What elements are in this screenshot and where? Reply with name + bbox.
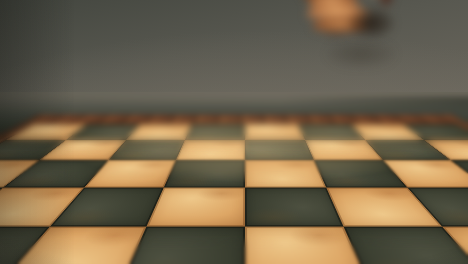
board-grid[interactable] xyxy=(0,124,468,264)
hand-with-piece[interactable]: ♟ xyxy=(296,0,400,54)
square-e7[interactable] xyxy=(245,140,314,160)
finger-shadow-edge xyxy=(378,0,394,8)
square-c8[interactable] xyxy=(125,124,192,140)
square-d7[interactable] xyxy=(176,140,245,160)
chessboard xyxy=(0,115,468,264)
square-e8[interactable] xyxy=(245,124,305,140)
square-e6[interactable] xyxy=(245,160,326,187)
scene-photo: ♟ xyxy=(0,0,468,264)
square-d5[interactable] xyxy=(147,188,245,227)
piece-shadow xyxy=(348,8,394,38)
square-d8[interactable] xyxy=(185,124,245,140)
square-d6[interactable] xyxy=(164,160,245,187)
